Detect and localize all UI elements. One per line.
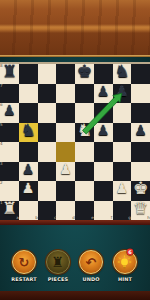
pieces-button[interactable]: ♜ PIECES: [41, 250, 75, 283]
square-g5[interactable]: [113, 123, 132, 143]
square-c5[interactable]: [38, 123, 57, 143]
piece-black-pawn-g7[interactable]: ♟: [113, 81, 132, 101]
wooden-wall-background: [0, 0, 150, 56]
square-a4[interactable]: 4: [0, 142, 19, 162]
square-b8[interactable]: [19, 64, 38, 84]
piece-white-queen-h1[interactable]: ♛: [131, 198, 150, 218]
piece-black-king-e8[interactable]: ♚: [75, 62, 94, 82]
piece-black-pawn-a6[interactable]: ♟: [0, 101, 19, 121]
hint-label: HINT: [111, 277, 139, 282]
rank-label-3: 3: [0, 162, 3, 166]
square-e3[interactable]: [75, 162, 94, 182]
square-c4[interactable]: [38, 142, 57, 162]
piece-black-rook-a8[interactable]: ♜: [0, 62, 19, 82]
hint-button[interactable]: 6 HINT: [108, 250, 142, 283]
piece-white-pawn-d3[interactable]: ♟: [56, 159, 75, 179]
lightbulb-icon: [117, 255, 132, 270]
rank-label-4: 4: [0, 142, 3, 146]
square-f3[interactable]: [94, 162, 113, 182]
pieces-label: PIECES: [44, 277, 72, 282]
square-e7[interactable]: [75, 84, 94, 104]
square-e2[interactable]: [75, 181, 94, 201]
square-d7[interactable]: [56, 84, 75, 104]
square-c1[interactable]: c: [38, 201, 57, 221]
wooden-floor-strip: [0, 291, 150, 300]
square-a5[interactable]: 5: [0, 123, 19, 143]
undo-button[interactable]: ↶ UNDO: [74, 250, 108, 283]
square-b1[interactable]: b: [19, 201, 38, 221]
square-h4[interactable]: [131, 142, 150, 162]
square-c8[interactable]: [38, 64, 57, 84]
restart-icon: ↻: [19, 256, 30, 269]
square-g4[interactable]: [113, 142, 132, 162]
square-d1[interactable]: d: [56, 201, 75, 221]
gold-trim-line: [0, 55, 150, 57]
square-b7[interactable]: [19, 84, 38, 104]
square-a3[interactable]: 3: [0, 162, 19, 182]
square-f2[interactable]: [94, 181, 113, 201]
restart-label: RESTART: [10, 277, 38, 282]
undo-label: UNDO: [77, 277, 105, 282]
square-f4[interactable]: [94, 142, 113, 162]
square-c7[interactable]: [38, 84, 57, 104]
undo-arrow-icon: ↶: [86, 256, 97, 269]
piece-black-knight-g8[interactable]: ♞: [113, 62, 132, 82]
bottom-toolbar: ↻ RESTART ♜ PIECES ↶ UNDO: [0, 250, 150, 292]
square-c3[interactable]: [38, 162, 57, 182]
piece-black-pawn-f5[interactable]: ♟: [94, 120, 113, 140]
piece-white-pawn-g2[interactable]: ♟: [113, 179, 132, 199]
piece-black-knight-b5[interactable]: ♞: [19, 120, 38, 140]
piece-white-rook-a1[interactable]: ♜: [0, 198, 19, 218]
square-e1[interactable]: e: [75, 201, 94, 221]
board-bottom-frame: [0, 220, 150, 225]
rank-label-7: 7: [0, 84, 3, 88]
square-d5[interactable]: [56, 123, 75, 143]
rank-label-2: 2: [0, 181, 3, 185]
square-g6[interactable]: [113, 103, 132, 123]
piece-black-pawn-b3[interactable]: ♟: [19, 159, 38, 179]
restart-button[interactable]: ↻ RESTART: [7, 250, 41, 283]
square-g1[interactable]: g: [113, 201, 132, 221]
chess-app-screen: 87654321abcdefgh ♜♚♞♟♟♟♞♟♟♞♟♟♟♟♚♜♛ ↻ RES…: [0, 0, 150, 300]
square-d8[interactable]: [56, 64, 75, 84]
piece-white-knight-e5[interactable]: ♞: [75, 120, 94, 140]
square-e4[interactable]: [75, 142, 94, 162]
square-d2[interactable]: [56, 181, 75, 201]
square-d6[interactable]: [56, 103, 75, 123]
square-f1[interactable]: f: [94, 201, 113, 221]
piece-white-king-h2[interactable]: ♚: [131, 179, 150, 199]
rank-label-5: 5: [0, 123, 3, 127]
piece-black-pawn-h5[interactable]: ♟: [131, 120, 150, 140]
chess-piece-icon: ♜: [51, 256, 64, 269]
square-h8[interactable]: [131, 64, 150, 84]
hint-count-badge: 6: [126, 249, 133, 256]
piece-black-pawn-f7[interactable]: ♟: [94, 81, 113, 101]
square-c2[interactable]: [38, 181, 57, 201]
square-c6[interactable]: [38, 103, 57, 123]
piece-white-pawn-b2[interactable]: ♟: [19, 179, 38, 199]
square-h7[interactable]: [131, 84, 150, 104]
